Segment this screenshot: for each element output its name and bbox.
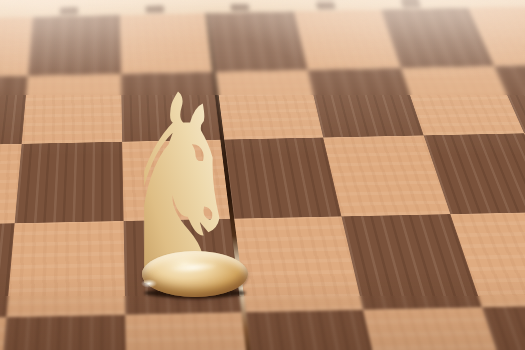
- hinge-icon: [60, 7, 78, 14]
- hinge-icon: [316, 2, 336, 9]
- hinge-icon: [230, 4, 249, 11]
- white-knight-piece[interactable]: ♞: [113, 84, 277, 300]
- piece-base: [142, 251, 248, 297]
- hinge-icon: [145, 5, 163, 12]
- photo-stage: ♞: [0, 0, 525, 350]
- hinge-icon: [401, 0, 421, 7]
